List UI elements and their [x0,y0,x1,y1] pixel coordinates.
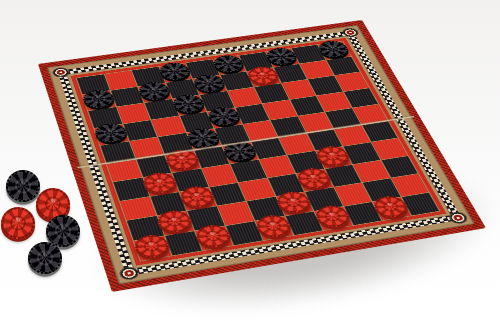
red-checker-offboard[interactable] [1,207,35,239]
black-checker-offboard[interactable] [6,170,40,202]
black-checker-offboard[interactable] [28,242,62,274]
scene [0,0,500,321]
